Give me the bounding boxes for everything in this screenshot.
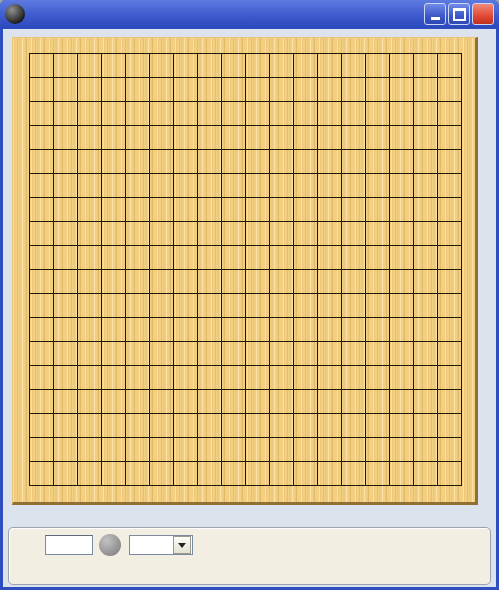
- window-controls: [424, 3, 494, 25]
- maximize-button[interactable]: [448, 3, 470, 25]
- chevron-down-icon: [178, 543, 186, 548]
- control-panel: [8, 527, 491, 585]
- minimize-icon: [431, 17, 440, 20]
- minimize-button[interactable]: [424, 3, 446, 25]
- window-content: [3, 29, 496, 587]
- control-row-top: [9, 533, 490, 557]
- maximize-icon: [453, 8, 466, 21]
- column-labels: [28, 507, 463, 523]
- close-button[interactable]: [472, 3, 494, 25]
- delay-select[interactable]: [129, 535, 193, 555]
- control-row-bottom: [9, 559, 490, 583]
- row-labels: [483, 45, 497, 494]
- dropdown-button[interactable]: [173, 536, 191, 554]
- go-button[interactable]: [99, 534, 121, 556]
- title-bar: [0, 0, 499, 28]
- app-logo-icon: [5, 4, 25, 24]
- app-window: [0, 0, 499, 590]
- board-grid[interactable]: [29, 53, 462, 486]
- go-board: [12, 37, 478, 505]
- move-number-input[interactable]: [45, 535, 93, 555]
